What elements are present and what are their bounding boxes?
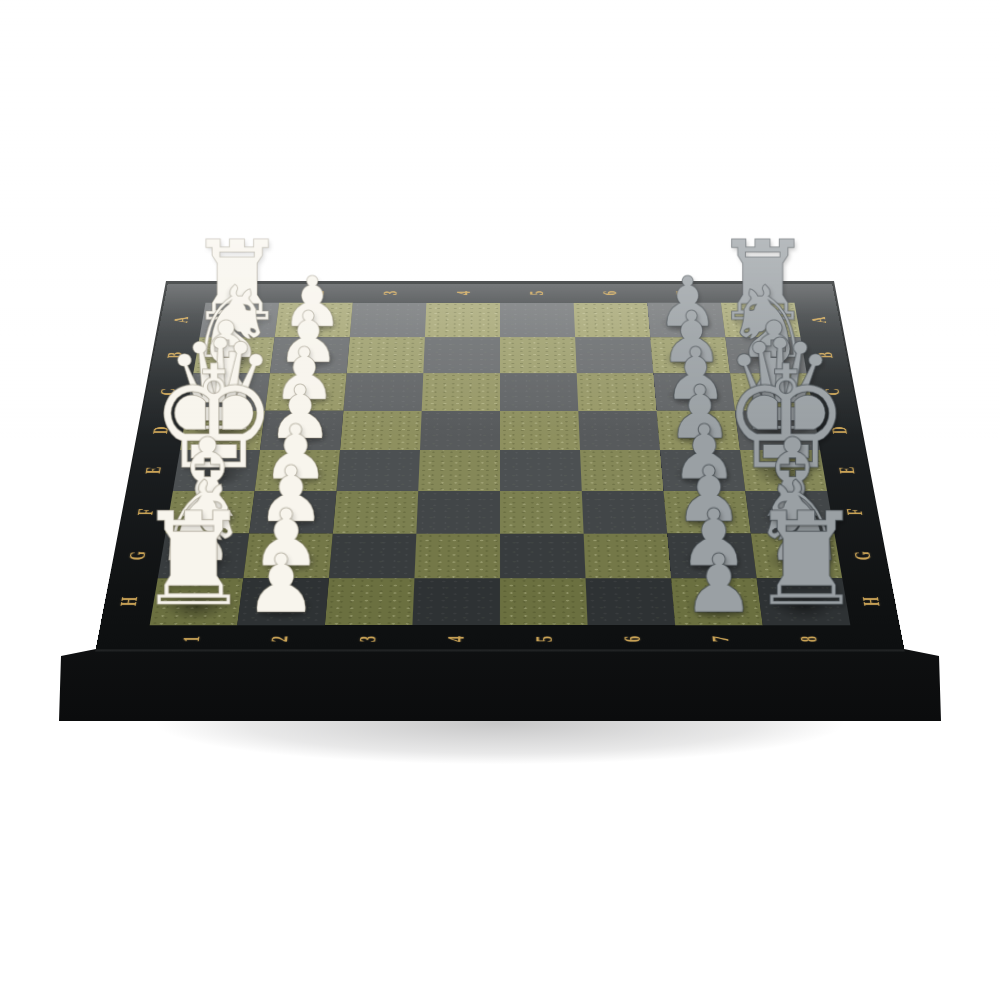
square-c5[interactable] — [500, 373, 578, 411]
square-a3[interactable] — [350, 303, 427, 338]
square-b5[interactable] — [500, 337, 577, 373]
square-a4[interactable] — [425, 303, 500, 338]
piece-white-pawn-h2[interactable]: ♟ — [245, 543, 318, 624]
square-f5[interactable] — [500, 491, 584, 534]
square-h1[interactable]: ♜ — [150, 578, 244, 625]
square-a6[interactable] — [574, 303, 651, 338]
square-h6[interactable] — [586, 578, 676, 625]
coord-file-right-A: A — [808, 317, 831, 323]
square-b3[interactable] — [347, 337, 425, 373]
square-g3[interactable] — [329, 534, 416, 579]
square-d3[interactable] — [340, 411, 422, 450]
square-e6[interactable] — [580, 450, 664, 491]
square-c4[interactable] — [422, 373, 500, 411]
square-h5[interactable] — [500, 578, 588, 625]
square-g4[interactable] — [414, 534, 500, 579]
square-b4[interactable] — [423, 337, 500, 373]
coord-rank-back-1: 1 — [233, 291, 255, 295]
square-h2[interactable]: ♟ — [237, 578, 329, 625]
square-e3[interactable] — [336, 450, 420, 491]
coord-rank-back-6: 6 — [599, 291, 620, 295]
square-h3[interactable] — [325, 578, 415, 625]
square-g6[interactable] — [584, 534, 671, 579]
coord-rank-front-6: 6 — [619, 636, 645, 642]
coord-rank-front-4: 4 — [443, 636, 468, 642]
square-f4[interactable] — [416, 491, 500, 534]
coord-rank-back-4: 4 — [453, 291, 474, 295]
coord-rank-back-2: 2 — [306, 291, 327, 295]
piece-black-rook-h8[interactable]: ♜ — [748, 495, 864, 624]
coord-rank-front-7: 7 — [707, 636, 733, 642]
piece-black-pawn-h7[interactable]: ♟ — [683, 543, 756, 624]
coord-rank-front-3: 3 — [355, 636, 381, 642]
square-b6[interactable] — [575, 337, 653, 373]
chess-board: ♜♟♟♜♞♟♟♞♝♟♟♝♛♟♟♛♚♟♟♚♝♟♟♝♞♟♟♞♜♟♟♜ 11AA22B… — [95, 284, 905, 653]
square-d6[interactable] — [578, 411, 660, 450]
square-h4[interactable] — [412, 578, 500, 625]
square-h8[interactable]: ♜ — [757, 578, 851, 625]
square-g5[interactable] — [500, 534, 586, 579]
coord-rank-back-3: 3 — [380, 291, 401, 295]
square-f3[interactable] — [333, 491, 418, 534]
coord-rank-back-5: 5 — [526, 291, 547, 295]
coord-rank-front-5: 5 — [531, 636, 556, 642]
square-d4[interactable] — [420, 411, 500, 450]
square-a5[interactable] — [500, 303, 575, 338]
square-f6[interactable] — [582, 491, 667, 534]
square-c6[interactable] — [577, 373, 657, 411]
coord-rank-back-7: 7 — [672, 291, 693, 295]
coord-file-left-A: A — [170, 317, 193, 323]
square-c3[interactable] — [343, 373, 423, 411]
square-e4[interactable] — [418, 450, 500, 491]
front-edge-sheen — [95, 649, 905, 652]
coord-rank-front-8: 8 — [796, 636, 822, 642]
square-e5[interactable] — [500, 450, 582, 491]
piece-white-rook-h1[interactable]: ♜ — [136, 495, 252, 624]
coord-rank-front-1: 1 — [178, 636, 204, 642]
coord-rank-front-2: 2 — [267, 636, 293, 642]
square-d5[interactable] — [500, 411, 580, 450]
photo-stage: ♜♟♟♜♞♟♟♞♝♟♟♝♛♟♟♛♚♟♟♚♝♟♟♝♞♟♟♞♜♟♟♜ 11AA22B… — [0, 0, 1000, 1000]
board-grid: ♜♟♟♜♞♟♟♞♝♟♟♝♛♟♟♛♚♟♟♚♝♟♟♝♞♟♟♞♜♟♟♜ — [150, 303, 851, 625]
coord-rank-back-8: 8 — [745, 291, 767, 295]
